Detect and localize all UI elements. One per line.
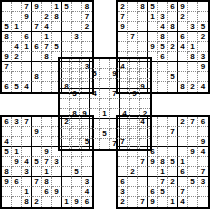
cell-r17c16[interactable]: 1 xyxy=(158,167,168,177)
cell-r1c13[interactable] xyxy=(128,12,138,22)
cell-r12c1[interactable]: 3 xyxy=(12,117,22,127)
cell-r14c13[interactable] xyxy=(130,139,140,149)
cell-r15c0[interactable]: 5 xyxy=(2,147,12,157)
cell-r6c7[interactable] xyxy=(70,59,80,69)
cell-r14c11[interactable]: 7 xyxy=(110,139,120,149)
cell-r18c20[interactable]: 3 xyxy=(198,177,208,187)
cell-r15c20[interactable]: 4 xyxy=(198,147,208,157)
cell-r15c16[interactable] xyxy=(158,147,168,157)
cell-r1c2[interactable]: 9 xyxy=(22,12,32,22)
cell-r7c4[interactable] xyxy=(42,72,52,82)
cell-r2c16[interactable]: 4 xyxy=(158,22,168,32)
cell-r7c11[interactable]: 9 xyxy=(110,69,120,79)
cell-r19c1[interactable] xyxy=(12,187,22,197)
cell-r3c19[interactable] xyxy=(188,32,198,42)
cell-r18c6[interactable] xyxy=(62,177,72,187)
cell-r0c4[interactable] xyxy=(42,2,52,12)
cell-r1c4[interactable]: 2 xyxy=(42,12,52,22)
cell-r10c7[interactable] xyxy=(70,99,80,109)
cell-r9c10[interactable] xyxy=(100,89,110,99)
cell-r16c15[interactable]: 9 xyxy=(148,157,158,167)
cell-r12c0[interactable]: 6 xyxy=(2,117,12,127)
cell-r20c1[interactable] xyxy=(12,197,22,207)
cell-r16c14[interactable]: 7 xyxy=(138,157,148,167)
cell-r4c19[interactable]: 1 xyxy=(188,42,198,52)
cell-r19c4[interactable]: 6 xyxy=(42,187,52,197)
cell-r6c3[interactable] xyxy=(32,62,42,72)
cell-r7c2[interactable] xyxy=(22,72,32,82)
cell-r12c12[interactable] xyxy=(120,119,130,129)
cell-r6c13[interactable] xyxy=(130,59,140,69)
cell-r18c4[interactable]: 8 xyxy=(42,177,52,187)
cell-r8c16[interactable] xyxy=(158,82,168,92)
cell-r16c20[interactable] xyxy=(198,157,208,167)
cell-r3c12[interactable] xyxy=(118,32,128,42)
cell-r3c7[interactable]: 3 xyxy=(72,32,82,42)
cell-r2c19[interactable]: 3 xyxy=(188,22,198,32)
cell-r6c14[interactable] xyxy=(140,59,150,69)
cell-r15c4[interactable]: 9 xyxy=(42,147,52,157)
cell-r11c9[interactable] xyxy=(90,109,100,119)
cell-r13c18[interactable] xyxy=(178,127,188,137)
cell-r17c7[interactable]: 5 xyxy=(72,167,82,177)
cell-r2c20[interactable]: 5 xyxy=(198,22,208,32)
cell-r19c14[interactable] xyxy=(138,187,148,197)
cell-r3c5[interactable] xyxy=(52,32,62,42)
cell-r3c4[interactable]: 1 xyxy=(42,32,52,42)
cell-r20c15[interactable]: 9 xyxy=(148,197,158,207)
cell-r16c2[interactable]: 4 xyxy=(22,157,32,167)
cell-r1c16[interactable]: 3 xyxy=(158,12,168,22)
cell-r2c8[interactable]: 2 xyxy=(82,22,92,32)
cell-r12c10[interactable] xyxy=(100,119,110,129)
cell-r7c0[interactable] xyxy=(2,72,12,82)
cell-r19c7[interactable] xyxy=(72,187,82,197)
cell-r20c13[interactable] xyxy=(128,197,138,207)
cell-r12c16[interactable] xyxy=(158,117,168,127)
cell-r17c5[interactable] xyxy=(52,167,62,177)
cell-r13c0[interactable] xyxy=(2,127,12,137)
cell-r14c8[interactable] xyxy=(80,139,90,149)
cell-r17c15[interactable] xyxy=(148,167,158,177)
cell-r1c20[interactable] xyxy=(198,12,208,22)
cell-r16c6[interactable] xyxy=(62,157,72,167)
cell-r6c11[interactable] xyxy=(110,59,120,69)
cell-r5c2[interactable] xyxy=(22,52,32,62)
cell-r9c13[interactable]: 9 xyxy=(130,89,140,99)
cell-r14c19[interactable] xyxy=(188,137,198,147)
cell-r4c20[interactable] xyxy=(198,42,208,52)
cell-r18c2[interactable] xyxy=(22,177,32,187)
cell-r2c7[interactable] xyxy=(72,22,82,32)
cell-r3c17[interactable] xyxy=(168,32,178,42)
cell-r7c10[interactable] xyxy=(100,69,110,79)
cell-r16c0[interactable] xyxy=(2,157,12,167)
cell-r4c8[interactable] xyxy=(82,42,92,52)
cell-r3c15[interactable] xyxy=(148,32,158,42)
cell-r19c6[interactable] xyxy=(62,187,72,197)
cell-r12c8[interactable] xyxy=(80,119,90,129)
cell-r11c13[interactable] xyxy=(130,109,140,119)
cell-r15c18[interactable] xyxy=(178,147,188,157)
cell-r19c5[interactable]: 9 xyxy=(52,187,62,197)
cell-r7c20[interactable] xyxy=(198,72,208,82)
cell-r4c12[interactable] xyxy=(118,42,128,52)
cell-r9c8[interactable] xyxy=(80,89,90,99)
cell-r13c2[interactable] xyxy=(22,127,32,137)
cell-r3c3[interactable] xyxy=(32,32,42,42)
cell-r12c11[interactable] xyxy=(110,119,120,129)
cell-r6c20[interactable]: 9 xyxy=(198,62,208,72)
cell-r3c6[interactable] xyxy=(62,32,72,42)
cell-r10c14[interactable] xyxy=(140,99,150,109)
cell-r5c1[interactable]: 2 xyxy=(12,52,22,62)
cell-r0c3[interactable]: 9 xyxy=(32,2,42,12)
cell-r13c6[interactable] xyxy=(60,129,70,139)
cell-r19c19[interactable] xyxy=(188,187,198,197)
cell-r3c14[interactable] xyxy=(138,32,148,42)
cell-r7c19[interactable] xyxy=(188,72,198,82)
cell-r19c17[interactable] xyxy=(168,187,178,197)
cell-r16c19[interactable] xyxy=(188,157,198,167)
cell-r6c8[interactable] xyxy=(80,59,90,69)
cell-r13c20[interactable] xyxy=(198,127,208,137)
cell-r17c4[interactable]: 1 xyxy=(42,167,52,177)
cell-r18c12[interactable]: 6 xyxy=(118,177,128,187)
cell-r1c18[interactable]: 2 xyxy=(178,12,188,22)
cell-r14c16[interactable] xyxy=(158,137,168,147)
cell-r2c0[interactable]: 5 xyxy=(2,22,12,32)
cell-r15c17[interactable] xyxy=(168,147,178,157)
cell-r4c0[interactable] xyxy=(2,42,12,52)
cell-r4c18[interactable]: 4 xyxy=(178,42,188,52)
cell-r10c11[interactable] xyxy=(110,99,120,109)
cell-r10c12[interactable] xyxy=(120,99,130,109)
cell-r20c16[interactable] xyxy=(158,197,168,207)
cell-r7c8[interactable] xyxy=(80,69,90,79)
cell-r20c12[interactable]: 2 xyxy=(118,197,128,207)
cell-r18c17[interactable]: 2 xyxy=(168,177,178,187)
cell-r0c20[interactable] xyxy=(198,2,208,12)
cell-r4c2[interactable]: 1 xyxy=(22,42,32,52)
cell-r13c3[interactable]: 9 xyxy=(32,127,42,137)
cell-r19c18[interactable]: 7 xyxy=(178,187,188,197)
cell-r6c17[interactable] xyxy=(168,62,178,72)
cell-r8c14[interactable] xyxy=(140,79,150,89)
cell-r0c2[interactable]: 7 xyxy=(22,2,32,12)
cell-r1c1[interactable] xyxy=(12,12,22,22)
cell-r9c9[interactable]: 4 xyxy=(90,89,100,99)
cell-r6c0[interactable]: 7 xyxy=(2,62,12,72)
cell-r20c4[interactable] xyxy=(42,197,52,207)
cell-r17c0[interactable]: 8 xyxy=(2,167,12,177)
cell-r2c4[interactable]: 4 xyxy=(42,22,52,32)
cell-r14c14[interactable] xyxy=(140,139,150,149)
cell-r2c17[interactable]: 8 xyxy=(168,22,178,32)
cell-r16c1[interactable]: 9 xyxy=(12,157,22,167)
cell-r17c2[interactable]: 3 xyxy=(22,167,32,177)
cell-r19c15[interactable]: 6 xyxy=(148,187,158,197)
cell-r1c17[interactable] xyxy=(168,12,178,22)
cell-r11c8[interactable]: 9 xyxy=(80,109,90,119)
cell-r14c12[interactable] xyxy=(120,139,130,149)
cell-r12c17[interactable] xyxy=(168,117,178,127)
cell-r17c19[interactable] xyxy=(188,167,198,177)
cell-r10c8[interactable] xyxy=(80,99,90,109)
cell-r6c9[interactable] xyxy=(90,59,100,69)
cell-r12c7[interactable] xyxy=(70,119,80,129)
cell-r6c1[interactable] xyxy=(12,62,22,72)
cell-r20c20[interactable] xyxy=(198,197,208,207)
cell-r18c1[interactable]: 6 xyxy=(12,177,22,187)
cell-r19c2[interactable]: 1 xyxy=(22,187,32,197)
cell-r20c0[interactable] xyxy=(2,197,12,207)
cell-r13c8[interactable] xyxy=(80,129,90,139)
cell-r14c9[interactable] xyxy=(90,139,100,149)
cell-r18c13[interactable] xyxy=(128,177,138,187)
cell-r14c20[interactable]: 9 xyxy=(198,137,208,147)
cell-r12c20[interactable]: 6 xyxy=(198,117,208,127)
cell-r8c11[interactable] xyxy=(110,79,120,89)
cell-r18c7[interactable] xyxy=(72,177,82,187)
cell-r9c6[interactable] xyxy=(60,89,70,99)
cell-r5c4[interactable]: 8 xyxy=(42,52,52,62)
cell-r19c3[interactable] xyxy=(32,187,42,197)
cell-r0c6[interactable]: 5 xyxy=(62,2,72,12)
cell-r18c16[interactable]: 7 xyxy=(158,177,168,187)
cell-r20c5[interactable] xyxy=(52,197,62,207)
cell-r2c3[interactable]: 7 xyxy=(32,22,42,32)
cell-r4c1[interactable]: 4 xyxy=(12,42,22,52)
cell-r17c1[interactable] xyxy=(12,167,22,177)
cell-r0c0[interactable] xyxy=(2,2,12,12)
cell-r8c10[interactable] xyxy=(100,79,110,89)
cell-r19c0[interactable] xyxy=(2,187,12,197)
cell-r6c12[interactable] xyxy=(120,59,130,69)
cell-r13c9[interactable] xyxy=(90,129,100,139)
cell-r4c17[interactable]: 2 xyxy=(168,42,178,52)
cell-r0c8[interactable]: 8 xyxy=(82,2,92,12)
cell-r11c11[interactable] xyxy=(110,109,120,119)
cell-r5c20[interactable]: 3 xyxy=(198,52,208,62)
cell-r17c17[interactable] xyxy=(168,167,178,177)
cell-r8c20[interactable]: 4 xyxy=(198,82,208,92)
cell-r2c6[interactable] xyxy=(62,22,72,32)
cell-r8c7[interactable] xyxy=(70,79,80,89)
cell-r6c19[interactable] xyxy=(188,62,198,72)
cell-r13c11[interactable] xyxy=(110,129,120,139)
cell-r3c18[interactable]: 6 xyxy=(178,32,188,42)
cell-r6c18[interactable] xyxy=(178,62,188,72)
cell-r0c13[interactable] xyxy=(128,2,138,12)
cell-r12c14[interactable] xyxy=(140,119,150,129)
cell-r0c15[interactable]: 5 xyxy=(148,2,158,12)
cell-r14c4[interactable] xyxy=(42,137,52,147)
cell-r3c0[interactable]: 8 xyxy=(2,32,12,42)
cell-r20c18[interactable]: 4 xyxy=(178,197,188,207)
cell-r8c0[interactable]: 6 xyxy=(2,82,12,92)
cell-r5c3[interactable] xyxy=(32,52,42,62)
cell-r7c3[interactable]: 8 xyxy=(32,72,42,82)
cell-r2c14[interactable] xyxy=(138,22,148,32)
cell-r11c10[interactable]: 1 xyxy=(100,109,110,119)
cell-r16c17[interactable]: 5 xyxy=(168,157,178,167)
cell-r9c11[interactable]: 7 xyxy=(110,89,120,99)
cell-r8c13[interactable] xyxy=(130,79,140,89)
cell-r6c10[interactable] xyxy=(100,59,110,69)
cell-r2c2[interactable] xyxy=(22,22,32,32)
cell-r13c12[interactable] xyxy=(120,129,130,139)
cell-r8c19[interactable]: 2 xyxy=(188,82,198,92)
cell-r17c6[interactable] xyxy=(62,167,72,177)
cell-r1c12[interactable]: 7 xyxy=(118,12,128,22)
cell-r14c2[interactable] xyxy=(22,137,32,147)
cell-r12c18[interactable]: 2 xyxy=(178,117,188,127)
cell-r3c16[interactable]: 8 xyxy=(158,32,168,42)
cell-r16c7[interactable] xyxy=(72,157,82,167)
cell-r12c6[interactable] xyxy=(60,119,70,129)
cell-r16c18[interactable]: 1 xyxy=(178,157,188,167)
cell-r12c19[interactable]: 7 xyxy=(188,117,198,127)
cell-r0c1[interactable] xyxy=(12,2,22,12)
cell-r14c17[interactable] xyxy=(168,137,178,147)
cell-r8c12[interactable] xyxy=(120,79,130,89)
cell-r0c18[interactable]: 9 xyxy=(178,2,188,12)
cell-r16c12[interactable] xyxy=(118,157,128,167)
cell-r9c7[interactable]: 3 xyxy=(70,89,80,99)
cell-r20c14[interactable]: 7 xyxy=(138,197,148,207)
cell-r4c15[interactable]: 9 xyxy=(148,42,158,52)
cell-r3c8[interactable] xyxy=(82,32,92,42)
cell-r20c6[interactable]: 1 xyxy=(62,197,72,207)
cell-r3c20[interactable]: 2 xyxy=(198,32,208,42)
cell-r18c15[interactable] xyxy=(148,177,158,187)
cell-r20c2[interactable]: 8 xyxy=(22,197,32,207)
cell-r10c9[interactable] xyxy=(90,99,100,109)
cell-r0c17[interactable]: 6 xyxy=(168,2,178,12)
cell-r1c7[interactable] xyxy=(72,12,82,22)
cell-r18c14[interactable] xyxy=(138,177,148,187)
cell-r12c3[interactable] xyxy=(32,117,42,127)
cell-r7c9[interactable]: 5 xyxy=(90,69,100,79)
cell-r1c8[interactable]: 7 xyxy=(82,12,92,22)
cell-r5c18[interactable] xyxy=(178,52,188,62)
cell-r8c1[interactable]: 5 xyxy=(12,82,22,92)
cell-r10c10[interactable] xyxy=(100,99,110,109)
cell-r15c19[interactable]: 9 xyxy=(188,147,198,157)
cell-r1c0[interactable] xyxy=(2,12,12,22)
cell-r13c10[interactable]: 5 xyxy=(100,129,110,139)
cell-r8c6[interactable] xyxy=(60,79,70,89)
cell-r13c19[interactable] xyxy=(188,127,198,137)
cell-r15c1[interactable]: 1 xyxy=(12,147,22,157)
cell-r9c12[interactable] xyxy=(120,89,130,99)
cell-r15c3[interactable] xyxy=(32,147,42,157)
cell-r19c13[interactable] xyxy=(128,187,138,197)
cell-r12c2[interactable]: 7 xyxy=(22,117,32,127)
cell-r1c14[interactable] xyxy=(138,12,148,22)
cell-r14c0[interactable]: 4 xyxy=(2,137,12,147)
cell-r18c3[interactable]: 7 xyxy=(32,177,42,187)
cell-r2c18[interactable] xyxy=(178,22,188,32)
cell-r20c17[interactable]: 1 xyxy=(168,197,178,207)
cell-r17c20[interactable]: 7 xyxy=(198,167,208,177)
cell-r5c17[interactable] xyxy=(168,52,178,62)
cell-r6c6[interactable] xyxy=(60,59,70,69)
cell-r1c3[interactable] xyxy=(32,12,42,22)
cell-r14c1[interactable] xyxy=(12,137,22,147)
cell-r13c17[interactable]: 7 xyxy=(168,127,178,137)
cell-r6c16[interactable] xyxy=(158,62,168,72)
cell-r13c4[interactable] xyxy=(42,127,52,137)
cell-r12c9[interactable] xyxy=(90,119,100,129)
cell-r14c6[interactable] xyxy=(60,139,70,149)
cell-r1c19[interactable] xyxy=(188,12,198,22)
cell-r7c7[interactable] xyxy=(70,69,80,79)
cell-r17c14[interactable] xyxy=(138,167,148,177)
cell-r4c4[interactable]: 7 xyxy=(42,42,52,52)
cell-r3c2[interactable]: 6 xyxy=(22,32,32,42)
cell-r8c8[interactable] xyxy=(80,79,90,89)
cell-r2c13[interactable] xyxy=(128,22,138,32)
cell-r7c13[interactable] xyxy=(130,69,140,79)
cell-r10c13[interactable] xyxy=(130,99,140,109)
cell-r17c13[interactable]: 2 xyxy=(128,167,138,177)
cell-r16c13[interactable] xyxy=(128,157,138,167)
cell-r8c9[interactable] xyxy=(90,79,100,89)
cell-r8c4[interactable] xyxy=(42,82,52,92)
cell-r0c12[interactable]: 2 xyxy=(118,2,128,12)
cell-r4c3[interactable]: 6 xyxy=(32,42,42,52)
cell-r9c14[interactable] xyxy=(140,89,150,99)
cell-r2c5[interactable] xyxy=(52,22,62,32)
cell-r11c7[interactable]: 8 xyxy=(70,109,80,119)
cell-r14c3[interactable] xyxy=(32,137,42,147)
cell-r13c16[interactable] xyxy=(158,127,168,137)
cell-r13c13[interactable] xyxy=(130,129,140,139)
cell-r5c0[interactable]: 9 xyxy=(2,52,12,62)
cell-r19c12[interactable]: 3 xyxy=(118,187,128,197)
cell-r0c7[interactable] xyxy=(72,2,82,12)
cell-r20c8[interactable]: 6 xyxy=(82,197,92,207)
cell-r16c8[interactable] xyxy=(82,157,92,167)
cell-r8c18[interactable]: 8 xyxy=(178,82,188,92)
cell-r11c12[interactable]: 4 xyxy=(120,109,130,119)
cell-r7c6[interactable] xyxy=(60,69,70,79)
cell-r4c14[interactable] xyxy=(138,42,148,52)
cell-r16c4[interactable]: 7 xyxy=(42,157,52,167)
cell-r3c1[interactable] xyxy=(12,32,22,42)
cell-r13c1[interactable] xyxy=(12,127,22,137)
cell-r17c3[interactable] xyxy=(32,167,42,177)
cell-r5c16[interactable]: 6 xyxy=(158,52,168,62)
cell-r4c16[interactable]: 5 xyxy=(158,42,168,52)
cell-r12c4[interactable] xyxy=(42,117,52,127)
cell-r16c5[interactable]: 3 xyxy=(52,157,62,167)
cell-r19c16[interactable]: 5 xyxy=(158,187,168,197)
cell-r1c5[interactable]: 8 xyxy=(52,12,62,22)
cell-r17c18[interactable]: 6 xyxy=(178,167,188,177)
cell-r7c12[interactable] xyxy=(120,69,130,79)
cell-r6c2[interactable] xyxy=(22,62,32,72)
cell-r1c6[interactable] xyxy=(62,12,72,22)
cell-r4c13[interactable] xyxy=(128,42,138,52)
cell-r0c14[interactable]: 8 xyxy=(138,2,148,12)
cell-r20c7[interactable]: 9 xyxy=(72,197,82,207)
cell-r1c15[interactable]: 1 xyxy=(148,12,158,22)
cell-r6c4[interactable] xyxy=(42,62,52,72)
cell-r7c1[interactable] xyxy=(12,72,22,82)
